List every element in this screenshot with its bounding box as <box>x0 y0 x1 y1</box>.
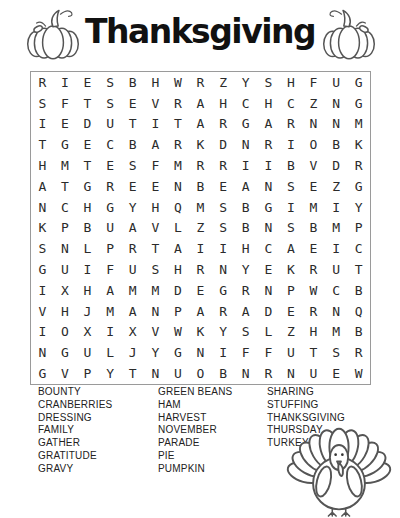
grid-cell-r11c6[interactable]: M <box>144 280 167 301</box>
grid-cell-r5c9[interactable]: R <box>212 155 235 176</box>
grid-cell-r8c6[interactable]: V <box>144 218 167 239</box>
word-list-item: HARVEST <box>158 412 232 425</box>
grid-cell-r1c11[interactable]: S <box>257 72 280 93</box>
grid-cell-r10c5[interactable]: U <box>121 259 144 280</box>
grid-cell-r1c10[interactable]: Y <box>234 72 257 93</box>
grid-cell-r4c7[interactable]: R <box>167 134 190 155</box>
grid-cell-r5c10[interactable]: I <box>234 155 257 176</box>
grid-cell-r11c12[interactable]: P <box>280 280 303 301</box>
grid-cell-r3c9[interactable]: R <box>212 114 235 135</box>
grid-cell-r11c5[interactable]: M <box>121 280 144 301</box>
grid-cell-r4c2[interactable]: G <box>54 134 77 155</box>
grid-cell-r10c4[interactable]: F <box>99 259 122 280</box>
grid-cell-r9c11[interactable]: C <box>257 238 280 259</box>
grid-cell-r5c6[interactable]: F <box>144 155 167 176</box>
grid-cell-r11c14[interactable]: C <box>325 280 348 301</box>
grid-cell-r14c12[interactable]: U <box>280 342 303 363</box>
grid-cell-r7c15[interactable]: Y <box>347 197 370 218</box>
grid-cell-r7c14[interactable]: I <box>325 197 348 218</box>
grid-cell-r10c3[interactable]: I <box>76 259 99 280</box>
grid-cell-r6c2[interactable]: T <box>54 176 77 197</box>
grid-cell-r3c11[interactable]: A <box>257 114 280 135</box>
grid-cell-r1c6[interactable]: H <box>144 72 167 93</box>
word-list-item: FAMILY <box>38 424 112 437</box>
grid-cell-r9c3[interactable]: L <box>76 238 99 259</box>
grid-cell-r11c13[interactable]: W <box>302 280 325 301</box>
grid-cell-r13c1[interactable]: I <box>31 322 54 343</box>
grid-cell-r6c12[interactable]: S <box>280 176 303 197</box>
grid-cell-r11c11[interactable]: N <box>257 280 280 301</box>
grid-cell-r12c2[interactable]: H <box>54 301 77 322</box>
grid-cell-r12c1[interactable]: V <box>31 301 54 322</box>
grid-cell-r12c3[interactable]: J <box>76 301 99 322</box>
grid-cell-r6c1[interactable]: A <box>31 176 54 197</box>
grid-cell-r2c13[interactable]: Z <box>302 93 325 114</box>
grid-cell-r13c14[interactable]: M <box>325 322 348 343</box>
grid-cell-r10c13[interactable]: R <box>302 259 325 280</box>
grid-cell-r11c9[interactable]: G <box>212 280 235 301</box>
grid-cell-r12c14[interactable]: N <box>325 301 348 322</box>
grid-cell-r9c1[interactable]: S <box>31 238 54 259</box>
grid-cell-r10c7[interactable]: H <box>167 259 190 280</box>
grid-cell-r12c7[interactable]: P <box>167 301 190 322</box>
grid-cell-r3c13[interactable]: N <box>302 114 325 135</box>
word-list-item: GREEN BEANS <box>158 386 232 399</box>
grid-cell-r5c1[interactable]: H <box>31 155 54 176</box>
grid-cell-r7c6[interactable]: H <box>144 197 167 218</box>
grid-cell-r2c4[interactable]: S <box>99 93 122 114</box>
grid-cell-r6c13[interactable]: E <box>302 176 325 197</box>
grid-cell-r9c5[interactable]: R <box>121 238 144 259</box>
grid-cell-r5c11[interactable]: I <box>257 155 280 176</box>
grid-cell-r3c5[interactable]: T <box>121 114 144 135</box>
grid-cell-r5c14[interactable]: D <box>325 155 348 176</box>
grid-cell-r2c8[interactable]: A <box>189 93 212 114</box>
grid-cell-r13c8[interactable]: K <box>189 322 212 343</box>
grid-cell-r9c7[interactable]: A <box>167 238 190 259</box>
grid-cell-r8c8[interactable]: Z <box>189 218 212 239</box>
grid-cell-r10c10[interactable]: Y <box>234 259 257 280</box>
grid-cell-r11c2[interactable]: X <box>54 280 77 301</box>
grid-cell-r12c11[interactable]: D <box>257 301 280 322</box>
grid-cell-r7c8[interactable]: M <box>189 197 212 218</box>
grid-cell-r4c5[interactable]: B <box>121 134 144 155</box>
word-list-item: SHARING <box>267 386 345 399</box>
grid-cell-r7c7[interactable]: Q <box>167 197 190 218</box>
grid-cell-r3c3[interactable]: D <box>76 114 99 135</box>
grid-cell-r5c15[interactable]: R <box>347 155 370 176</box>
grid-cell-r9c2[interactable]: N <box>54 238 77 259</box>
grid-cell-r13c2[interactable]: O <box>54 322 77 343</box>
grid-cell-r4c1[interactable]: T <box>31 134 54 155</box>
grid-cell-r2c11[interactable]: H <box>257 93 280 114</box>
word-list-item: PIE <box>158 450 232 463</box>
grid-cell-r3c8[interactable]: A <box>189 114 212 135</box>
grid-cell-r13c15[interactable]: B <box>347 322 370 343</box>
word-list-item: GRATITUDE <box>38 450 112 463</box>
grid-cell-r10c11[interactable]: E <box>257 259 280 280</box>
grid-cell-r7c1[interactable]: N <box>31 197 54 218</box>
grid-cell-r9c9[interactable]: I <box>212 238 235 259</box>
word-list-item: DRESSING <box>38 412 112 425</box>
grid-cell-r4c12[interactable]: I <box>280 134 303 155</box>
grid-cell-r12c4[interactable]: M <box>99 301 122 322</box>
grid-cell-r1c8[interactable]: R <box>189 72 212 93</box>
grid-cell-r8c4[interactable]: U <box>99 218 122 239</box>
grid-cell-r15c13[interactable]: U <box>302 363 325 384</box>
grid-cell-r13c9[interactable]: Y <box>212 322 235 343</box>
grid-cell-r3c10[interactable]: G <box>234 114 257 135</box>
grid-cell-r1c13[interactable]: F <box>302 72 325 93</box>
grid-cell-r3c7[interactable]: T <box>167 114 190 135</box>
grid-cell-r1c3[interactable]: E <box>76 72 99 93</box>
grid-cell-r5c3[interactable]: T <box>76 155 99 176</box>
grid-cell-r13c3[interactable]: X <box>76 322 99 343</box>
grid-cell-r7c5[interactable]: Y <box>121 197 144 218</box>
word-list-item: HAM <box>158 399 232 412</box>
grid-cell-r5c7[interactable]: M <box>167 155 190 176</box>
pumpkin-icon <box>14 6 92 64</box>
grid-cell-r2c15[interactable]: G <box>347 93 370 114</box>
turkey-icon <box>280 422 398 518</box>
grid-cell-r15c5[interactable]: T <box>121 363 144 384</box>
grid-cell-r9c10[interactable]: H <box>234 238 257 259</box>
grid-cell-r13c10[interactable]: S <box>234 322 257 343</box>
grid-cell-r6c15[interactable]: G <box>347 176 370 197</box>
grid-cell-r6c11[interactable]: N <box>257 176 280 197</box>
grid-cell-r15c8[interactable]: O <box>189 363 212 384</box>
grid-cell-r1c5[interactable]: B <box>121 72 144 93</box>
grid-cell-r2c3[interactable]: T <box>76 93 99 114</box>
grid-cell-r6c7[interactable]: N <box>167 176 190 197</box>
grid-cell-r6c10[interactable]: A <box>234 176 257 197</box>
grid-cell-r4c10[interactable]: N <box>234 134 257 155</box>
grid-cell-r9c12[interactable]: A <box>280 238 303 259</box>
grid-cell-r13c11[interactable]: L <box>257 322 280 343</box>
grid-cell-r5c4[interactable]: E <box>99 155 122 176</box>
grid-cell-r6c5[interactable]: E <box>121 176 144 197</box>
grid-cell-r3c14[interactable]: N <box>325 114 348 135</box>
grid-cell-r15c6[interactable]: N <box>144 363 167 384</box>
grid-cell-r14c2[interactable]: G <box>54 342 77 363</box>
grid-cell-r6c3[interactable]: G <box>76 176 99 197</box>
grid-cell-r4c14[interactable]: B <box>325 134 348 155</box>
grid-cell-r12c5[interactable]: A <box>121 301 144 322</box>
grid-cell-r1c7[interactable]: W <box>167 72 190 93</box>
grid-cell-r15c3[interactable]: P <box>76 363 99 384</box>
grid-cell-r1c12[interactable]: H <box>280 72 303 93</box>
grid-cell-r4c8[interactable]: K <box>189 134 212 155</box>
word-list-column-2: GREEN BEANSHAMHARVESTNOVEMBERPARADEPIEPU… <box>158 386 232 476</box>
grid-cell-r2c12[interactable]: C <box>280 93 303 114</box>
grid-cell-r3c1[interactable]: I <box>31 114 54 135</box>
grid-cell-r7c11[interactable]: G <box>257 197 280 218</box>
grid-cell-r9c4[interactable]: P <box>99 238 122 259</box>
grid-cell-r11c8[interactable]: E <box>189 280 212 301</box>
grid-cell-r10c12[interactable]: K <box>280 259 303 280</box>
grid-cell-r14c14[interactable]: S <box>325 342 348 363</box>
grid-cell-r12c15[interactable]: Q <box>347 301 370 322</box>
grid-cell-r1c14[interactable]: U <box>325 72 348 93</box>
grid-cell-r11c4[interactable]: A <box>99 280 122 301</box>
grid-cell-r15c9[interactable]: B <box>212 363 235 384</box>
word-list-item: GATHER <box>38 437 112 450</box>
grid-cell-r14c7[interactable]: G <box>167 342 190 363</box>
word-list-column-1: BOUNTYCRANBERRIESDRESSINGFAMILYGATHERGRA… <box>38 386 112 476</box>
grid-cell-r15c15[interactable]: W <box>347 363 370 384</box>
grid-cell-r2c10[interactable]: C <box>234 93 257 114</box>
grid-cell-r2c1[interactable]: S <box>31 93 54 114</box>
grid-cell-r5c2[interactable]: M <box>54 155 77 176</box>
grid-cell-r2c14[interactable]: N <box>325 93 348 114</box>
grid-cell-r2c9[interactable]: H <box>212 93 235 114</box>
grid-cell-r8c12[interactable]: S <box>280 218 303 239</box>
grid-cell-r2c6[interactable]: V <box>144 93 167 114</box>
grid-cell-r13c6[interactable]: V <box>144 322 167 343</box>
grid-cell-r9c8[interactable]: I <box>189 238 212 259</box>
grid-cell-r15c12[interactable]: N <box>280 363 303 384</box>
word-list-item: BOUNTY <box>38 386 112 399</box>
grid-cell-r14c4[interactable]: L <box>99 342 122 363</box>
grid-cell-r7c3[interactable]: H <box>76 197 99 218</box>
grid-cell-r11c3[interactable]: H <box>76 280 99 301</box>
grid-cell-r12c6[interactable]: N <box>144 301 167 322</box>
grid-cell-r4c9[interactable]: D <box>212 134 235 155</box>
grid-cell-r5c13[interactable]: V <box>302 155 325 176</box>
grid-cell-r5c12[interactable]: B <box>280 155 303 176</box>
grid-cell-r6c9[interactable]: E <box>212 176 235 197</box>
grid-cell-r3c2[interactable]: E <box>54 114 77 135</box>
grid-cell-r2c5[interactable]: E <box>121 93 144 114</box>
grid-cell-r9c6[interactable]: T <box>144 238 167 259</box>
grid-cell-r11c10[interactable]: R <box>234 280 257 301</box>
grid-cell-r15c2[interactable]: V <box>54 363 77 384</box>
grid-cell-r2c7[interactable]: R <box>167 93 190 114</box>
grid-cell-r8c7[interactable]: L <box>167 218 190 239</box>
grid-cell-r12c13[interactable]: R <box>302 301 325 322</box>
grid-cell-r14c11[interactable]: F <box>257 342 280 363</box>
grid-cell-r7c4[interactable]: G <box>99 197 122 218</box>
grid-cell-r8c2[interactable]: P <box>54 218 77 239</box>
grid-cell-r14c9[interactable]: I <box>212 342 235 363</box>
grid-cell-r6c4[interactable]: R <box>99 176 122 197</box>
grid-cell-r10c2[interactable]: U <box>54 259 77 280</box>
grid-cell-r4c11[interactable]: R <box>257 134 280 155</box>
grid-cell-r10c8[interactable]: R <box>189 259 212 280</box>
grid-cell-r1c1[interactable]: R <box>31 72 54 93</box>
grid-cell-r14c13[interactable]: T <box>302 342 325 363</box>
grid-cell-r1c2[interactable]: I <box>54 72 77 93</box>
grid-cell-r13c13[interactable]: H <box>302 322 325 343</box>
grid-cell-r14c1[interactable]: N <box>31 342 54 363</box>
grid-cell-r15c14[interactable]: E <box>325 363 348 384</box>
grid-cell-r12c10[interactable]: A <box>234 301 257 322</box>
grid-cell-r9c14[interactable]: I <box>325 238 348 259</box>
grid-cell-r6c8[interactable]: B <box>189 176 212 197</box>
grid-cell-r4c3[interactable]: E <box>76 134 99 155</box>
grid-cell-r8c13[interactable]: B <box>302 218 325 239</box>
grid-cell-r7c12[interactable]: I <box>280 197 303 218</box>
grid-cell-r15c4[interactable]: Y <box>99 363 122 384</box>
grid-cell-r1c9[interactable]: Z <box>212 72 235 93</box>
grid-cell-r13c7[interactable]: W <box>167 322 190 343</box>
grid-cell-r10c1[interactable]: G <box>31 259 54 280</box>
grid-cell-r6c6[interactable]: E <box>144 176 167 197</box>
word-list-item: PUMPKIN <box>158 463 232 476</box>
word-list-item: PARADE <box>158 437 232 450</box>
grid-cell-r12c9[interactable]: R <box>212 301 235 322</box>
grid-cell-r14c8[interactable]: N <box>189 342 212 363</box>
grid-cell-r4c15[interactable]: K <box>347 134 370 155</box>
grid-cell-r10c6[interactable]: S <box>144 259 167 280</box>
grid-cell-r15c1[interactable]: G <box>31 363 54 384</box>
grid-cell-r1c4[interactable]: S <box>99 72 122 93</box>
grid-cell-r1c15[interactable]: G <box>347 72 370 93</box>
word-list-item: NOVEMBER <box>158 424 232 437</box>
grid-cell-r5c5[interactable]: S <box>121 155 144 176</box>
grid-cell-r14c10[interactable]: F <box>234 342 257 363</box>
grid-cell-r14c5[interactable]: J <box>121 342 144 363</box>
grid-cell-r4c4[interactable]: C <box>99 134 122 155</box>
grid-cell-r6c14[interactable]: Z <box>325 176 348 197</box>
grid-cell-r3c12[interactable]: R <box>280 114 303 135</box>
grid-cell-r9c13[interactable]: E <box>302 238 325 259</box>
grid-cell-r10c9[interactable]: N <box>212 259 235 280</box>
grid-cell-r13c4[interactable]: I <box>99 322 122 343</box>
word-list-item: STUFFING <box>267 399 345 412</box>
grid-cell-r2c2[interactable]: F <box>54 93 77 114</box>
grid-cell-r8c11[interactable]: N <box>257 218 280 239</box>
grid-cell-r15c11[interactable]: R <box>257 363 280 384</box>
grid-cell-r15c10[interactable]: N <box>234 363 257 384</box>
grid-cell-r11c15[interactable]: B <box>347 280 370 301</box>
grid-cell-r4c6[interactable]: A <box>144 134 167 155</box>
grid-cell-r8c15[interactable]: P <box>347 218 370 239</box>
grid-cell-r4c13[interactable]: O <box>302 134 325 155</box>
grid-cell-r14c6[interactable]: Y <box>144 342 167 363</box>
grid-cell-r8c10[interactable]: B <box>234 218 257 239</box>
grid-cell-r8c5[interactable]: A <box>121 218 144 239</box>
word-list-item: GRAVY <box>38 463 112 476</box>
grid-cell-r5c8[interactable]: R <box>189 155 212 176</box>
grid-cell-r3c4[interactable]: U <box>99 114 122 135</box>
grid-cell-r8c14[interactable]: M <box>325 218 348 239</box>
grid-cell-r11c1[interactable]: I <box>31 280 54 301</box>
grid-cell-r8c9[interactable]: S <box>212 218 235 239</box>
worksheet-page: Thanksgiving RIESBHWRZYSHFUGSFTSEVRAHCHC… <box>0 0 400 518</box>
grid-cell-r7c13[interactable]: M <box>302 197 325 218</box>
grid-cell-r11c7[interactable]: D <box>167 280 190 301</box>
grid-cell-r8c1[interactable]: K <box>31 218 54 239</box>
grid-cell-r13c12[interactable]: Z <box>280 322 303 343</box>
word-list-item: CRANBERRIES <box>38 399 112 412</box>
grid-cell-r14c3[interactable]: U <box>76 342 99 363</box>
grid-cell-r7c2[interactable]: C <box>54 197 77 218</box>
grid-cell-r9c15[interactable]: C <box>347 238 370 259</box>
grid-cell-r15c7[interactable]: U <box>167 363 190 384</box>
grid-cell-r12c12[interactable]: E <box>280 301 303 322</box>
grid-cell-r14c15[interactable]: R <box>347 342 370 363</box>
grid-cell-r8c3[interactable]: B <box>76 218 99 239</box>
word-search-grid: RIESBHWRZYSHFUGSFTSEVRAHCHCZNGIEDUTITARG… <box>30 71 371 385</box>
grid-cell-r13c5[interactable]: X <box>121 322 144 343</box>
grid-cell-r12c8[interactable]: A <box>189 301 212 322</box>
grid-cell-r7c9[interactable]: S <box>212 197 235 218</box>
grid-cell-r3c15[interactable]: M <box>347 114 370 135</box>
pumpkin-icon <box>310 6 388 64</box>
grid-cell-r10c14[interactable]: U <box>325 259 348 280</box>
grid-cell-r7c10[interactable]: B <box>234 197 257 218</box>
grid-cell-r3c6[interactable]: I <box>144 114 167 135</box>
grid-cell-r10c15[interactable]: T <box>347 259 370 280</box>
